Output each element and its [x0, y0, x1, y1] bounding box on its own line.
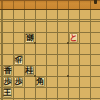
star-point: [67, 75, 69, 77]
shogi-piece-9六[interactable]: 香: [3, 66, 12, 76]
star-point: [34, 42, 36, 44]
shogi-piece-7六[interactable]: 桂: [25, 66, 34, 76]
shogi-piece-7三[interactable]: 銀: [25, 33, 34, 43]
shogi-piece-6七[interactable]: 角: [36, 77, 45, 87]
shogi-app-screen: 銀と歩香桂歩歩角王: [0, 0, 100, 100]
shogi-piece-9七[interactable]: 歩: [3, 77, 12, 87]
shogi-board[interactable]: 銀と歩香桂歩歩角王: [0, 10, 100, 100]
shogi-piece-8五[interactable]: 歩: [14, 55, 23, 65]
captured-piece-marker[interactable]: [94, 0, 97, 4]
shogi-piece-9八[interactable]: 王: [3, 88, 12, 98]
shogi-piece-8七[interactable]: 歩: [14, 77, 23, 87]
captured-pieces-tray: [0, 0, 100, 10]
shogi-piece-3三[interactable]: と: [69, 33, 78, 43]
